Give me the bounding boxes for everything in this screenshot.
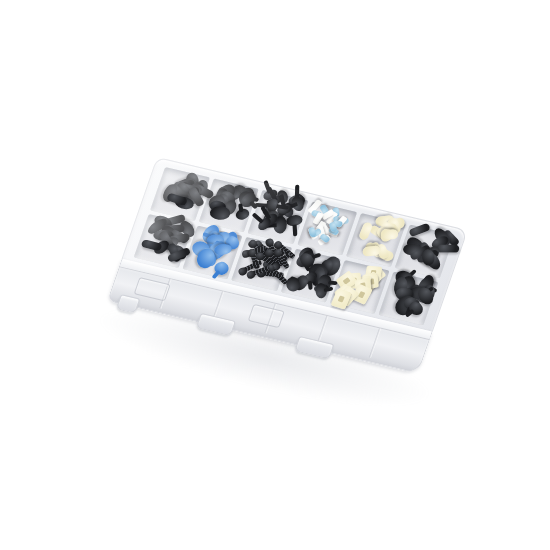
- front-wall-recess: [248, 304, 285, 328]
- clip-piece: [380, 228, 399, 239]
- clip-piece-stem: [308, 280, 313, 289]
- clip-piece-stem: [337, 295, 344, 302]
- clip-piece-stem: [212, 269, 221, 278]
- clip-piece: [215, 244, 232, 256]
- clip-piece-stem: [252, 213, 264, 224]
- front-wall-seam: [369, 328, 381, 358]
- front-wall-recess: [134, 277, 171, 301]
- clip-piece: [436, 245, 459, 253]
- compartment-r2c6: [378, 272, 438, 326]
- clip-piece: [409, 222, 431, 237]
- compartment-r2c3: [232, 237, 292, 291]
- clip-piece-stem: [292, 224, 297, 236]
- product-photo: [0, 0, 550, 550]
- clip-piece: [315, 283, 328, 300]
- clip-piece-stem: [358, 290, 365, 297]
- clip-piece-stem: [324, 287, 334, 292]
- clip-piece: [235, 208, 251, 222]
